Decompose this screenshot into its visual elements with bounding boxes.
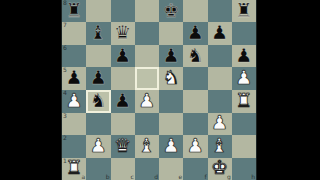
square-b8[interactable] [86, 0, 110, 22]
rank-label-6: 6 [63, 45, 67, 51]
square-h5[interactable]: ♟ [232, 67, 256, 89]
file-label-c: c [130, 174, 133, 180]
piece-black-rook: ♜ [66, 1, 83, 20]
square-e2[interactable]: ♟ [159, 135, 183, 157]
piece-white-rook: ♜ [235, 91, 252, 110]
square-c4[interactable]: ♟ [111, 90, 135, 113]
piece-black-pawn: ♟ [90, 68, 107, 87]
square-h7[interactable] [232, 22, 256, 44]
square-b3[interactable] [86, 113, 110, 135]
square-e6[interactable]: ♟ [159, 45, 183, 67]
piece-black-rook: ♜ [235, 1, 252, 20]
letterbox-stage: 8♜♚♜7♝♛♟♟6♟♟♞♟5♟♟♞♟4♟♞♟♟♜3♟2♟♛♝♟♟♝1a♜bcd… [0, 0, 320, 180]
square-h4[interactable]: ♜ [232, 90, 256, 113]
piece-black-knight: ♞ [187, 46, 204, 65]
piece-black-queen: ♛ [114, 23, 131, 42]
square-h6[interactable]: ♟ [232, 45, 256, 67]
square-f2[interactable]: ♟ [183, 135, 207, 157]
square-c5[interactable] [111, 67, 135, 89]
square-c6[interactable]: ♟ [111, 45, 135, 67]
rank-label-8: 8 [63, 0, 67, 6]
square-c3[interactable] [111, 113, 135, 135]
square-d2[interactable]: ♝ [135, 135, 159, 157]
file-label-h: h [251, 174, 255, 180]
piece-black-pawn: ♟ [235, 46, 252, 65]
file-label-d: d [154, 174, 158, 180]
file-label-b: b [106, 174, 110, 180]
piece-black-pawn: ♟ [187, 23, 204, 42]
square-d7[interactable] [135, 22, 159, 44]
square-a7[interactable]: 7 [62, 22, 86, 44]
piece-black-pawn: ♟ [114, 46, 131, 65]
square-b4[interactable]: ♞ [86, 90, 110, 113]
square-d4[interactable]: ♟ [135, 90, 159, 113]
piece-black-pawn: ♟ [211, 23, 228, 42]
piece-white-bishop: ♝ [138, 136, 155, 155]
rank-label-7: 7 [63, 22, 67, 28]
piece-white-pawn: ♟ [138, 91, 155, 110]
square-a5[interactable]: 5♟ [62, 67, 86, 89]
square-g7[interactable]: ♟ [208, 22, 232, 44]
square-a1[interactable]: 1a♜ [62, 158, 86, 180]
square-h2[interactable] [232, 135, 256, 157]
rank-label-2: 2 [63, 135, 67, 141]
square-a8[interactable]: 8♜ [62, 0, 86, 22]
square-f3[interactable] [183, 113, 207, 135]
piece-white-king: ♚ [211, 158, 228, 177]
square-c1[interactable]: c [111, 158, 135, 180]
square-d8[interactable] [135, 0, 159, 22]
square-a4[interactable]: 4♟ [62, 90, 86, 113]
square-g5[interactable] [208, 67, 232, 89]
square-g6[interactable] [208, 45, 232, 67]
piece-black-king: ♚ [163, 1, 180, 20]
square-f5[interactable] [183, 67, 207, 89]
square-d6[interactable] [135, 45, 159, 67]
piece-black-pawn: ♟ [66, 68, 83, 87]
square-d1[interactable]: d [135, 158, 159, 180]
piece-white-pawn: ♟ [211, 113, 228, 132]
square-h8[interactable]: ♜ [232, 0, 256, 22]
piece-black-bishop: ♝ [90, 23, 107, 42]
square-h3[interactable] [232, 113, 256, 135]
square-a2[interactable]: 2 [62, 135, 86, 157]
piece-white-pawn: ♟ [235, 68, 252, 87]
rank-label-3: 3 [63, 113, 67, 119]
square-c8[interactable] [111, 0, 135, 22]
square-f4[interactable] [183, 90, 207, 113]
piece-white-pawn: ♟ [163, 136, 180, 155]
square-f7[interactable]: ♟ [183, 22, 207, 44]
square-g1[interactable]: g♚ [208, 158, 232, 180]
square-c2[interactable]: ♛ [111, 135, 135, 157]
square-e8[interactable]: ♚ [159, 0, 183, 22]
piece-black-pawn: ♟ [163, 46, 180, 65]
square-a6[interactable]: 6 [62, 45, 86, 67]
piece-black-pawn: ♟ [114, 91, 131, 110]
square-h1[interactable]: h [232, 158, 256, 180]
piece-black-knight: ♞ [90, 91, 107, 110]
square-e5[interactable]: ♞ [159, 67, 183, 89]
piece-white-pawn: ♟ [187, 136, 204, 155]
square-b7[interactable]: ♝ [86, 22, 110, 44]
square-g4[interactable] [208, 90, 232, 113]
piece-white-bishop: ♝ [211, 136, 228, 155]
square-c7[interactable]: ♛ [111, 22, 135, 44]
square-f6[interactable]: ♞ [183, 45, 207, 67]
piece-white-knight: ♞ [163, 68, 180, 87]
rank-label-5: 5 [63, 67, 67, 73]
file-label-e: e [179, 174, 183, 180]
square-g3[interactable]: ♟ [208, 113, 232, 135]
square-d5[interactable] [135, 67, 159, 89]
rank-label-1: 1 [63, 158, 67, 164]
square-b6[interactable] [86, 45, 110, 67]
square-e4[interactable] [159, 90, 183, 113]
square-b1[interactable]: b [86, 158, 110, 180]
square-b2[interactable]: ♟ [86, 135, 110, 157]
chess-board: 8♜♚♜7♝♛♟♟6♟♟♞♟5♟♟♞♟4♟♞♟♟♜3♟2♟♛♝♟♟♝1a♜bcd… [62, 0, 256, 180]
file-label-g: g [227, 174, 231, 180]
square-e7[interactable] [159, 22, 183, 44]
square-g8[interactable] [208, 0, 232, 22]
square-d3[interactable] [135, 113, 159, 135]
square-b5[interactable]: ♟ [86, 67, 110, 89]
piece-white-pawn: ♟ [66, 91, 83, 110]
square-e3[interactable] [159, 113, 183, 135]
piece-white-queen: ♛ [114, 136, 131, 155]
square-a3[interactable]: 3 [62, 113, 86, 135]
square-f8[interactable] [183, 0, 207, 22]
file-label-f: f [204, 174, 206, 180]
file-label-a: a [82, 174, 86, 180]
square-f1[interactable]: f [183, 158, 207, 180]
piece-white-rook: ♜ [66, 158, 83, 177]
piece-white-pawn: ♟ [90, 136, 107, 155]
square-g2[interactable]: ♝ [208, 135, 232, 157]
rank-label-4: 4 [63, 90, 67, 96]
square-e1[interactable]: e [159, 158, 183, 180]
